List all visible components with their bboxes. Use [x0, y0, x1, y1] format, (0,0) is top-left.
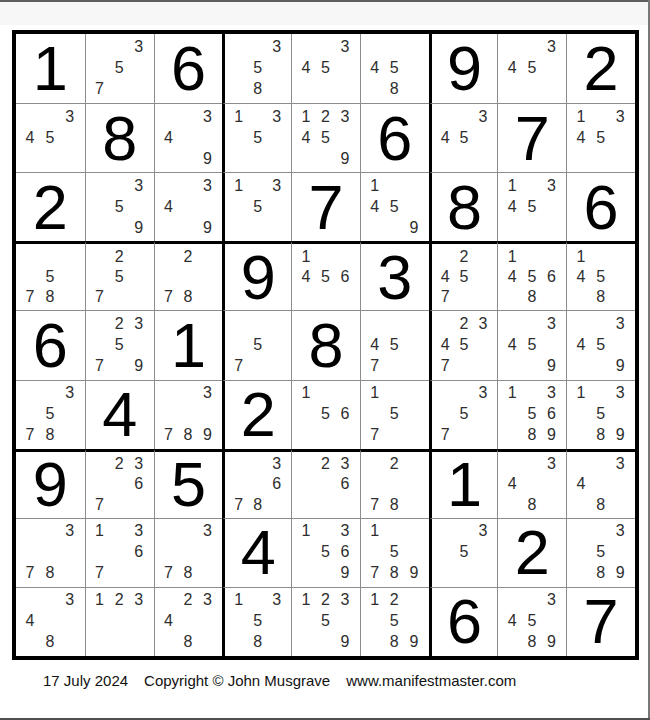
empty-slot	[591, 106, 611, 127]
empty-slot	[522, 246, 542, 266]
empty-slot	[542, 79, 562, 100]
empty-slot	[591, 474, 611, 494]
candidate-3: 3	[267, 36, 286, 57]
empty-slot	[455, 563, 474, 584]
candidate-4: 4	[502, 474, 522, 494]
empty-slot	[109, 356, 129, 377]
cell-r8c9: 3589	[566, 518, 635, 587]
cell-r3c6: 1459	[360, 172, 429, 241]
candidate-3: 3	[542, 175, 562, 196]
empty-slot	[522, 356, 542, 377]
empty-slot	[591, 246, 611, 266]
empty-slot	[40, 106, 60, 127]
empty-slot	[40, 521, 60, 542]
candidate-5: 5	[316, 611, 336, 632]
empty-slot	[474, 287, 493, 307]
empty-slot	[60, 611, 80, 632]
candidate-2: 2	[178, 590, 198, 611]
candidate-6: 6	[129, 474, 149, 494]
empty-slot	[178, 106, 198, 127]
empty-slot	[109, 175, 129, 196]
empty-slot	[404, 383, 424, 404]
empty-slot	[335, 383, 355, 404]
cell-r4c9: 1458	[566, 241, 635, 310]
cell-r2c9: 1345	[566, 103, 635, 172]
empty-slot	[610, 246, 630, 266]
cell-r5c8: 3459	[497, 310, 566, 379]
cell-r2c6: 6	[360, 103, 429, 172]
candidate-3: 3	[335, 590, 355, 611]
candidate-5: 5	[316, 57, 336, 78]
pencil-marks: 345	[292, 34, 360, 103]
empty-slot	[20, 542, 40, 563]
candidate-5: 5	[109, 334, 129, 355]
empty-slot	[365, 404, 385, 425]
candidate-4: 4	[571, 334, 591, 355]
pencil-marks: 3578	[16, 381, 85, 449]
empty-slot	[109, 287, 129, 307]
candidate-5: 5	[248, 611, 267, 632]
cell-r4c1: 578	[16, 241, 85, 310]
candidate-3: 3	[129, 454, 149, 474]
candidate-8: 8	[40, 632, 60, 653]
empty-slot	[296, 454, 316, 474]
candidate-4: 4	[365, 196, 385, 217]
empty-slot	[129, 334, 149, 355]
empty-slot	[296, 425, 316, 446]
empty-slot	[365, 36, 385, 57]
empty-slot	[129, 611, 149, 632]
empty-slot	[591, 454, 611, 474]
cell-r2c2: 8	[85, 103, 154, 172]
cell-r8c1: 378	[16, 518, 85, 587]
cell-r2c7: 345	[429, 103, 498, 172]
empty-slot	[178, 127, 198, 148]
candidate-7: 7	[365, 563, 385, 584]
empty-slot	[571, 148, 591, 169]
candidate-4: 4	[296, 127, 316, 148]
empty-slot	[404, 454, 424, 474]
pencil-marks: 3678	[225, 452, 291, 518]
empty-slot	[267, 217, 286, 238]
cell-r3c5: 7	[291, 172, 360, 241]
cell-r9c2: 123	[85, 587, 154, 656]
candidate-7: 7	[365, 425, 385, 446]
empty-slot	[109, 36, 129, 57]
pencil-marks: 35	[432, 519, 498, 587]
candidate-3: 3	[267, 454, 286, 474]
empty-slot	[229, 313, 248, 334]
candidate-8: 8	[178, 425, 198, 446]
empty-slot	[404, 611, 424, 632]
candidate-5: 5	[109, 196, 129, 217]
candidate-5: 5	[522, 334, 542, 355]
candidate-9: 9	[404, 563, 424, 584]
pencil-marks: 357	[86, 34, 154, 103]
candidate-4: 4	[296, 267, 316, 287]
candidate-8: 8	[522, 632, 542, 653]
empty-slot	[178, 542, 198, 563]
empty-slot	[474, 542, 493, 563]
empty-slot	[178, 148, 198, 169]
empty-slot	[502, 454, 522, 474]
empty-slot	[159, 175, 179, 196]
empty-slot	[129, 79, 149, 100]
cell-r3c2: 359	[85, 172, 154, 241]
candidate-4: 4	[436, 334, 455, 355]
empty-slot	[455, 521, 474, 542]
candidate-3: 3	[610, 383, 630, 404]
empty-slot	[365, 632, 385, 653]
cell-r6c3: 3789	[154, 380, 223, 449]
candidate-3: 3	[129, 175, 149, 196]
candidate-4: 4	[20, 127, 40, 148]
candidate-5: 5	[316, 542, 336, 563]
candidate-3: 3	[129, 521, 149, 542]
candidate-9: 9	[404, 217, 424, 238]
empty-slot	[335, 79, 355, 100]
empty-slot	[109, 474, 129, 494]
empty-slot	[335, 425, 355, 446]
candidate-8: 8	[591, 494, 611, 514]
empty-slot	[40, 611, 60, 632]
candidate-9: 9	[610, 563, 630, 584]
empty-slot	[109, 542, 129, 563]
candidate-3: 3	[335, 521, 355, 542]
empty-slot	[20, 521, 40, 542]
empty-slot	[474, 127, 493, 148]
empty-slot	[502, 632, 522, 653]
candidate-7: 7	[90, 356, 110, 377]
pencil-marks: 135689	[498, 381, 566, 449]
candidate-5: 5	[384, 57, 404, 78]
candidate-3: 3	[267, 106, 286, 127]
empty-slot	[229, 57, 248, 78]
empty-slot	[404, 404, 424, 425]
candidate-5: 5	[455, 404, 474, 425]
candidate-1: 1	[571, 106, 591, 127]
pencil-marks: 345	[432, 104, 498, 172]
empty-slot	[229, 474, 248, 494]
cell-r1c7: 9	[429, 34, 498, 103]
empty-slot	[20, 267, 40, 287]
candidate-5: 5	[522, 196, 542, 217]
candidate-5: 5	[40, 267, 60, 287]
candidate-7: 7	[90, 287, 110, 307]
pencil-marks: 348	[498, 452, 566, 518]
candidate-8: 8	[248, 494, 267, 514]
empty-slot	[90, 334, 110, 355]
empty-slot	[316, 36, 336, 57]
candidate-3: 3	[60, 521, 80, 542]
cell-r8c4: 4	[222, 518, 291, 587]
empty-slot	[542, 246, 562, 266]
empty-slot	[610, 334, 630, 355]
cell-r5c7: 23457	[429, 310, 498, 379]
candidate-9: 9	[404, 632, 424, 653]
candidate-7: 7	[90, 79, 110, 100]
empty-slot	[542, 494, 562, 514]
empty-slot	[335, 611, 355, 632]
cell-r7c9: 348	[566, 449, 635, 518]
footer: 17 July 2024 Copyright © John Musgrave w…	[43, 670, 532, 690]
candidate-3: 3	[198, 175, 218, 196]
cell-r9c3: 2348	[154, 587, 223, 656]
footer-website: www.manifestmaster.com	[346, 672, 516, 689]
candidate-3: 3	[198, 590, 218, 611]
empty-slot	[159, 404, 179, 425]
pencil-marks: 345	[498, 34, 566, 103]
cell-r6c2: 4	[85, 380, 154, 449]
empty-slot	[591, 313, 611, 334]
empty-slot	[404, 474, 424, 494]
pencil-marks: 2348	[155, 588, 223, 656]
empty-slot	[178, 521, 198, 542]
pencil-marks: 3589	[567, 519, 635, 587]
empty-slot	[60, 632, 80, 653]
empty-slot	[610, 287, 630, 307]
candidate-3: 3	[542, 590, 562, 611]
empty-slot	[404, 356, 424, 377]
empty-slot	[404, 175, 424, 196]
empty-slot	[267, 196, 286, 217]
candidate-3: 3	[198, 521, 218, 542]
candidate-5: 5	[40, 127, 60, 148]
empty-slot	[455, 356, 474, 377]
candidate-4: 4	[502, 196, 522, 217]
empty-slot	[335, 246, 355, 266]
empty-slot	[229, 611, 248, 632]
empty-slot	[60, 267, 80, 287]
pencil-marks: 123	[86, 588, 154, 656]
candidate-4: 4	[571, 474, 591, 494]
candidate-5: 5	[591, 127, 611, 148]
empty-slot	[90, 267, 110, 287]
empty-slot	[90, 36, 110, 57]
empty-slot	[591, 356, 611, 377]
empty-slot	[436, 106, 455, 127]
empty-slot	[267, 334, 286, 355]
cell-r3c1: 2	[16, 172, 85, 241]
empty-slot	[248, 175, 267, 196]
empty-slot	[90, 542, 110, 563]
candidate-4: 4	[571, 127, 591, 148]
empty-slot	[542, 611, 562, 632]
candidate-5: 5	[455, 334, 474, 355]
empty-slot	[455, 148, 474, 169]
pencil-marks: 349	[155, 104, 223, 172]
cell-r3c3: 349	[154, 172, 223, 241]
cell-r4c4: 9	[222, 241, 291, 310]
empty-slot	[267, 127, 286, 148]
cell-r1c4: 358	[222, 34, 291, 103]
pencil-marks: 1358	[225, 588, 291, 656]
candidate-6: 6	[542, 404, 562, 425]
candidate-8: 8	[591, 563, 611, 584]
cell-r5c3: 1	[154, 310, 223, 379]
candidate-7: 7	[20, 287, 40, 307]
candidate-3: 3	[198, 383, 218, 404]
candidate-3: 3	[542, 36, 562, 57]
empty-slot	[542, 217, 562, 238]
candidate-3: 3	[474, 313, 493, 334]
empty-slot	[474, 267, 493, 287]
cell-r6c4: 2	[222, 380, 291, 449]
empty-slot	[248, 148, 267, 169]
pencil-marks: 257	[86, 244, 154, 310]
empty-slot	[198, 196, 218, 217]
empty-slot	[436, 383, 455, 404]
empty-slot	[159, 590, 179, 611]
pencil-marks: 378	[16, 519, 85, 587]
cell-r3c4: 135	[222, 172, 291, 241]
pencil-marks: 13569	[292, 519, 360, 587]
empty-slot	[296, 36, 316, 57]
candidate-9: 9	[542, 632, 562, 653]
empty-slot	[610, 474, 630, 494]
empty-slot	[229, 196, 248, 217]
candidate-5: 5	[316, 267, 336, 287]
candidate-7: 7	[365, 494, 385, 514]
candidate-8: 8	[522, 494, 542, 514]
empty-slot	[436, 148, 455, 169]
candidate-7: 7	[436, 425, 455, 446]
candidate-3: 3	[474, 383, 493, 404]
empty-slot	[229, 79, 248, 100]
cell-r8c2: 1367	[85, 518, 154, 587]
cell-r8c5: 13569	[291, 518, 360, 587]
pencil-marks: 345	[16, 104, 85, 172]
footer-copyright: Copyright © John Musgrave	[144, 672, 330, 689]
cell-r2c5: 123459	[291, 103, 360, 172]
cell-r7c8: 348	[497, 449, 566, 518]
candidate-1: 1	[296, 246, 316, 266]
cell-r8c6: 15789	[360, 518, 429, 587]
empty-slot	[404, 334, 424, 355]
empty-slot	[198, 632, 218, 653]
empty-slot	[365, 454, 385, 474]
empty-slot	[229, 36, 248, 57]
candidate-9: 9	[542, 425, 562, 446]
empty-slot	[20, 404, 40, 425]
empty-slot	[178, 217, 198, 238]
empty-slot	[436, 313, 455, 334]
candidate-2: 2	[109, 590, 129, 611]
empty-slot	[502, 79, 522, 100]
cell-r4c8: 14568	[497, 241, 566, 310]
candidate-4: 4	[502, 57, 522, 78]
cell-r1c6: 458	[360, 34, 429, 103]
candidate-9: 9	[542, 356, 562, 377]
candidate-5: 5	[384, 334, 404, 355]
cell-r2c1: 345	[16, 103, 85, 172]
candidate-7: 7	[159, 287, 179, 307]
pencil-marks: 378	[155, 519, 223, 587]
empty-slot	[198, 267, 218, 287]
pencil-marks: 34589	[498, 588, 566, 656]
candidate-3: 3	[474, 106, 493, 127]
candidate-1: 1	[502, 175, 522, 196]
candidate-3: 3	[60, 383, 80, 404]
empty-slot	[248, 474, 267, 494]
candidate-4: 4	[159, 127, 179, 148]
candidate-8: 8	[248, 79, 267, 100]
cell-r2c4: 135	[222, 103, 291, 172]
pencil-marks: 348	[16, 588, 85, 656]
empty-slot	[316, 521, 336, 542]
empty-slot	[198, 611, 218, 632]
cell-r5c6: 457	[360, 310, 429, 379]
empty-slot	[384, 474, 404, 494]
cell-r7c3: 5	[154, 449, 223, 518]
pencil-marks: 1345	[498, 173, 566, 241]
candidate-8: 8	[591, 287, 611, 307]
pencil-marks: 359	[86, 173, 154, 241]
cell-r6c8: 135689	[497, 380, 566, 449]
empty-slot	[20, 590, 40, 611]
empty-slot	[316, 563, 336, 584]
empty-slot	[522, 590, 542, 611]
empty-slot	[404, 57, 424, 78]
candidate-1: 1	[296, 590, 316, 611]
candidate-6: 6	[335, 474, 355, 494]
footer-date: 17 July 2024	[43, 672, 128, 689]
candidate-7: 7	[229, 494, 248, 514]
empty-slot	[248, 313, 267, 334]
empty-slot	[267, 611, 286, 632]
empty-slot	[522, 383, 542, 404]
empty-slot	[404, 542, 424, 563]
pencil-marks: 157	[361, 381, 429, 449]
cell-r8c3: 378	[154, 518, 223, 587]
empty-slot	[109, 611, 129, 632]
empty-slot	[178, 267, 198, 287]
empty-slot	[474, 148, 493, 169]
candidate-8: 8	[384, 79, 404, 100]
empty-slot	[267, 356, 286, 377]
candidate-2: 2	[384, 454, 404, 474]
empty-slot	[542, 287, 562, 307]
pencil-marks: 357	[432, 381, 498, 449]
empty-slot	[542, 474, 562, 494]
empty-slot	[365, 611, 385, 632]
empty-slot	[436, 542, 455, 563]
empty-slot	[591, 148, 611, 169]
candidate-1: 1	[502, 246, 522, 266]
empty-slot	[90, 196, 110, 217]
empty-slot	[90, 313, 110, 334]
candidate-3: 3	[542, 313, 562, 334]
empty-slot	[365, 79, 385, 100]
empty-slot	[502, 217, 522, 238]
candidate-4: 4	[365, 57, 385, 78]
empty-slot	[267, 313, 286, 334]
candidate-3: 3	[610, 454, 630, 474]
empty-slot	[522, 175, 542, 196]
empty-slot	[248, 356, 267, 377]
cell-r7c1: 9	[16, 449, 85, 518]
cell-r4c5: 1456	[291, 241, 360, 310]
candidate-3: 3	[542, 454, 562, 474]
empty-slot	[591, 521, 611, 542]
candidate-1: 1	[90, 590, 110, 611]
candidate-3: 3	[335, 454, 355, 474]
cell-r7c5: 236	[291, 449, 360, 518]
cell-r1c1: 1	[16, 34, 85, 103]
empty-slot	[248, 36, 267, 57]
cell-r6c9: 13589	[566, 380, 635, 449]
pencil-marks: 1367	[86, 519, 154, 587]
